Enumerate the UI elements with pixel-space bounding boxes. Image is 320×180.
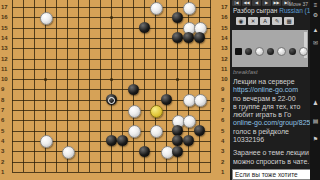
mark-x-tool-button[interactable]: ✕: [248, 17, 258, 25]
row-label-left: 14: [1, 35, 8, 41]
black-stone-L4[interactable]: [117, 135, 128, 146]
move-node[interactable]: [245, 48, 252, 55]
row-label-right: 15: [221, 25, 228, 31]
grid-line: [12, 110, 211, 111]
row-label-right: 12: [221, 56, 228, 62]
move-node[interactable]: [299, 47, 308, 56]
row-label-left: 17: [1, 4, 8, 10]
playback-controls: |◀◀◀◀▶▶▶▶|: [232, 0, 291, 7]
player-icon[interactable]: ♟: [311, 99, 320, 106]
black-stone-N3[interactable]: [139, 146, 150, 157]
white-stone-S8[interactable]: [194, 94, 207, 107]
row-label-right: 9: [221, 86, 224, 92]
grid-line: [78, 0, 79, 172]
chat-line: можно спросить в чате.: [233, 158, 311, 166]
grid-line: [12, 172, 211, 173]
move-node[interactable]: [289, 48, 296, 55]
black-stone-S5[interactable]: [194, 125, 205, 136]
black-stone-K4[interactable]: [106, 135, 117, 146]
row-label-left: 4: [1, 138, 4, 144]
white-stone-R17[interactable]: [183, 2, 196, 15]
analysis-toolbar: ◉✕A✎▦: [236, 17, 294, 25]
grid-line: [56, 0, 57, 172]
last-move-marker: [108, 97, 115, 104]
row-label-left: 7: [1, 107, 4, 113]
black-stone-P8[interactable]: [161, 94, 172, 105]
row-label-left: 9: [1, 86, 4, 92]
star-point: [44, 78, 47, 81]
go-board[interactable]: 1717161615151414131312121111101099887766…: [0, 0, 230, 180]
chat-author: breakfast: [233, 69, 258, 75]
move-node[interactable]: [267, 48, 274, 55]
black-stone-Q4[interactable]: [172, 135, 183, 146]
white-stone-D16[interactable]: [40, 12, 53, 25]
back-1-button[interactable]: ◀: [252, 0, 261, 6]
review-sidebar: |◀◀◀◀▶▶▶▶| Move 37 Разбор сыгран Russian…: [230, 0, 320, 180]
grid-line: [12, 48, 211, 49]
chat-line: в группе для тех, кто: [233, 103, 311, 111]
white-stone-M5[interactable]: [128, 125, 141, 138]
chat-line: Лекции на сервере: [233, 78, 311, 86]
grid-line: [34, 0, 35, 172]
black-stone-Q3[interactable]: [172, 146, 183, 157]
star-point: [110, 16, 113, 19]
chat-line: Заранее о теме лекции: [233, 149, 311, 157]
black-stone-R14[interactable]: [183, 32, 194, 43]
black-stone-Q14[interactable]: [172, 32, 183, 43]
row-label-right: 11: [221, 66, 227, 72]
forward-1-button[interactable]: ▶: [262, 0, 271, 6]
row-label-left: 11: [1, 66, 7, 72]
row-label-left: 6: [1, 117, 4, 123]
envelope-icon[interactable]: ✉: [311, 39, 320, 46]
white-stone-M7[interactable]: [128, 105, 141, 118]
row-label-right: 13: [221, 45, 228, 51]
row-label-right: 6: [221, 117, 224, 123]
right-icon-strip: ≡⚙▲✉♟▤⚑: [310, 0, 320, 180]
row-label-right: 16: [221, 14, 228, 20]
star-point: [110, 78, 113, 81]
row-label-right: 1: [221, 169, 224, 175]
chat-input[interactable]: [232, 169, 314, 180]
grid-line: [12, 0, 13, 172]
grid-line: [12, 89, 211, 90]
first-move-button[interactable]: |◀: [232, 0, 241, 6]
review-title: Разбор сыгран Russian (1d: [233, 7, 313, 14]
chat-log: Лекции на сервереhttps://online-go.comпо…: [233, 78, 311, 166]
black-stone-M9[interactable]: [128, 84, 139, 95]
ogs-review-screen: 1717161615151414131312121111101099887766…: [0, 0, 320, 180]
grid-line: [89, 0, 90, 172]
back-10-button[interactable]: ◀◀: [242, 0, 251, 6]
move-tree-nodes: [235, 47, 318, 56]
grid-line: [12, 28, 211, 29]
chat-line: по вечерам в 22-00: [233, 95, 311, 103]
row-label-left: 3: [1, 148, 4, 154]
row-label-right: 7: [221, 107, 224, 113]
row-label-right: 3: [221, 148, 224, 154]
row-label-left: 1: [1, 169, 4, 175]
triangle-up-icon[interactable]: ▲: [311, 27, 320, 33]
row-label-left: 5: [1, 128, 4, 134]
row-label-left: 13: [1, 45, 8, 51]
chat-link[interactable]: online-go.com/group/825: [233, 119, 311, 127]
row-label-left: 16: [1, 14, 8, 20]
grid-line: [12, 59, 211, 60]
black-stone-Q16[interactable]: [172, 12, 183, 23]
grid-line: [100, 0, 101, 172]
row-label-left: 8: [1, 97, 4, 103]
grid-line: [210, 0, 211, 172]
row-label-right: 8: [221, 97, 224, 103]
white-stone-O17[interactable]: [150, 2, 163, 15]
grid-line: [122, 0, 123, 172]
white-stone-F3[interactable]: [62, 146, 75, 159]
move-tree-panel[interactable]: [232, 30, 308, 67]
forward-10-button[interactable]: ▶▶: [272, 0, 281, 6]
row-label-right: 2: [221, 159, 224, 165]
row-label-right: 10: [221, 76, 228, 82]
black-stone-K8[interactable]: [106, 94, 117, 105]
grid-line: [111, 0, 112, 172]
pen-tool-button[interactable]: ✎: [272, 17, 282, 25]
white-stone-D4[interactable]: [40, 135, 53, 148]
row-label-right: 14: [221, 35, 228, 41]
grid-line: [12, 69, 211, 70]
star-point: [176, 78, 179, 81]
row-label-right: 17: [221, 4, 228, 10]
gear-icon[interactable]: ⚙: [311, 11, 320, 18]
pending-stone-O7[interactable]: [150, 105, 163, 118]
chat-line: любит играть в Го: [233, 111, 311, 119]
row-label-right: 4: [221, 138, 224, 144]
white-stone-R6[interactable]: [183, 115, 196, 128]
row-label-left: 10: [1, 76, 8, 82]
white-stone-O5[interactable]: [150, 125, 163, 138]
black-stone-S14[interactable]: [194, 32, 205, 43]
chat-link[interactable]: https://online-go.com: [233, 86, 311, 94]
move-node[interactable]: [235, 48, 242, 55]
black-stone-N15[interactable]: [139, 22, 150, 33]
list-icon[interactable]: ▤: [311, 117, 320, 124]
menu-icon[interactable]: ≡: [311, 2, 320, 8]
row-label-right: 5: [221, 128, 224, 134]
grid-line: [155, 0, 156, 172]
black-stone-R4[interactable]: [183, 135, 194, 146]
row-label-left: 15: [1, 25, 8, 31]
row-label-left: 12: [1, 56, 8, 62]
grid-tool-button[interactable]: ▦: [284, 17, 294, 25]
chat-line: 10332196: [233, 136, 311, 144]
letter-tool-button[interactable]: A: [260, 17, 270, 25]
game-link[interactable]: Russian (1d: [279, 7, 314, 14]
grid-line: [23, 0, 24, 172]
grid-line: [12, 7, 211, 8]
stone-tool-button[interactable]: ◉: [236, 17, 246, 25]
chat-line: голос в рейдколе: [233, 128, 311, 136]
row-label-left: 2: [1, 159, 4, 165]
grid-line: [12, 162, 211, 163]
flag-icon[interactable]: ⚑: [311, 135, 320, 142]
move-node[interactable]: [277, 47, 286, 56]
review-title-label: Разбор сыгран: [233, 7, 277, 14]
move-node[interactable]: [255, 47, 264, 56]
